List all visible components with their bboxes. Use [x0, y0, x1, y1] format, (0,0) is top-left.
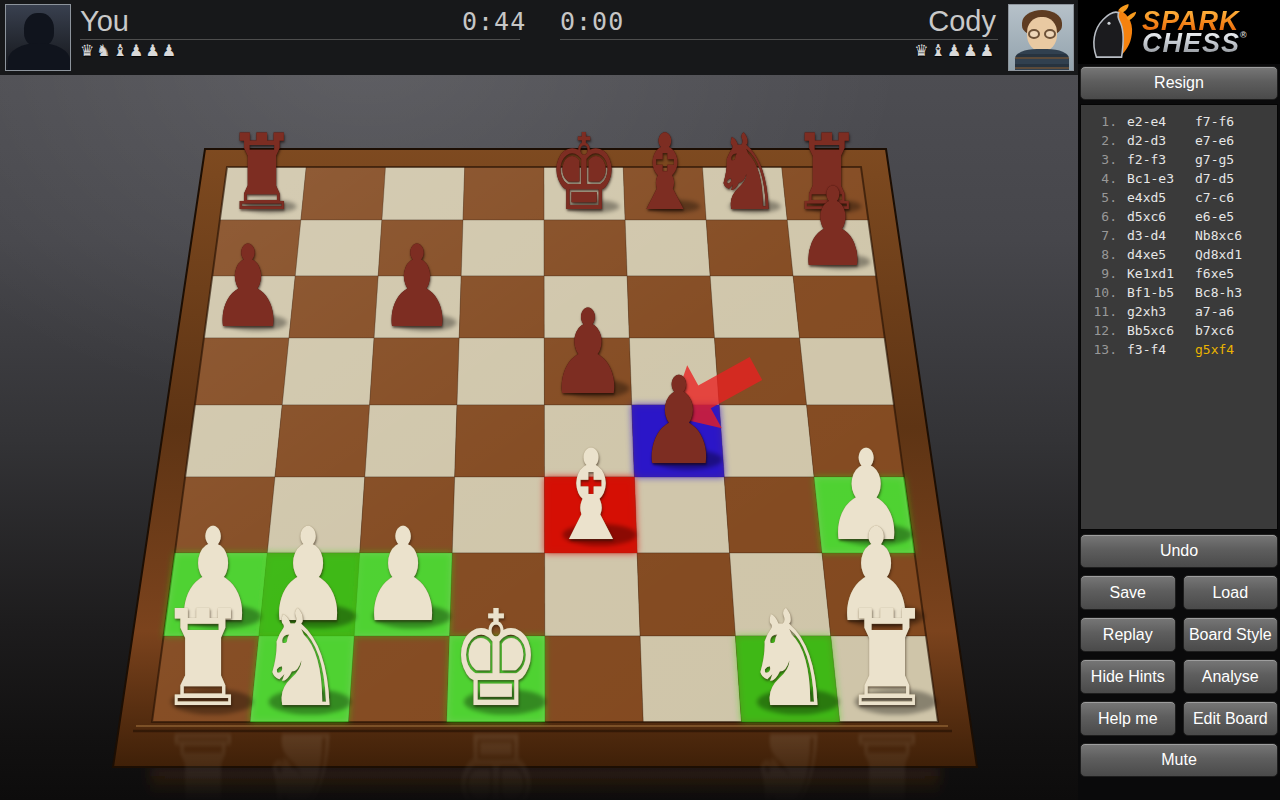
- mute-button[interactable]: Mute: [1080, 743, 1278, 777]
- square-b5[interactable]: [282, 338, 374, 405]
- logo-chess: CHESS: [1142, 28, 1240, 58]
- black-player-name: Cody: [928, 5, 996, 38]
- reflection-d1: ♚: [451, 713, 540, 800]
- black-move: g7-g5: [1195, 150, 1234, 169]
- black-move: f7-f6: [1195, 112, 1234, 131]
- piece-black-rook-a8[interactable]: ♜: [226, 121, 297, 226]
- move-number: 13.: [1087, 340, 1117, 359]
- move-number: 7.: [1087, 226, 1117, 245]
- square-c8[interactable]: [382, 167, 465, 220]
- black-captured-pieces: ♛♝♟♟♟: [914, 41, 996, 60]
- avatar-glasses-left: [1028, 29, 1040, 39]
- move-number: 9.: [1087, 264, 1117, 283]
- black-move: Nb8xc6: [1195, 226, 1242, 245]
- white-move: d3-d4: [1127, 226, 1195, 245]
- piece-black-knight-g8[interactable]: ♞: [711, 121, 782, 226]
- save-button[interactable]: Save: [1080, 575, 1176, 610]
- square-d5[interactable]: [457, 338, 544, 405]
- black-move: b7xc6: [1195, 321, 1234, 340]
- hide-hints-button[interactable]: Hide Hints: [1080, 659, 1176, 694]
- undo-button[interactable]: Undo: [1080, 534, 1278, 568]
- square-d8[interactable]: [463, 167, 544, 220]
- square-g6[interactable]: [710, 276, 799, 338]
- square-d7[interactable]: [461, 220, 544, 276]
- piece-white-bishop-e3[interactable]: ♝: [549, 433, 633, 558]
- white-move: d4xe5: [1127, 245, 1195, 264]
- move-number: 5.: [1087, 188, 1117, 207]
- white-captured-pieces: ♛♞♝♟♟♟: [80, 41, 178, 60]
- move-row: 5.e4xd5c7-c6: [1087, 188, 1277, 207]
- square-b8[interactable]: [301, 167, 386, 220]
- edit-board-button[interactable]: Edit Board: [1183, 701, 1279, 736]
- sidebar: SPARK CHESS® Resign 1.e2-e4f7-f62.d2-d3e…: [1078, 0, 1280, 800]
- white-move: f3-f4: [1127, 340, 1195, 359]
- square-f2[interactable]: [637, 553, 735, 636]
- white-move: Bb5xc6: [1127, 321, 1195, 340]
- piece-black-pawn-h7[interactable]: ♟: [797, 173, 870, 282]
- move-number: 8.: [1087, 245, 1117, 264]
- black-move: Bc8-h3: [1195, 283, 1242, 302]
- square-c4[interactable]: [365, 405, 457, 477]
- reflection-h1: ♜: [842, 713, 931, 800]
- move-row: 2.d2-d3e7-e6: [1087, 131, 1277, 150]
- black-move: c7-c6: [1195, 188, 1234, 207]
- square-b4[interactable]: [275, 405, 370, 477]
- black-divider-line: [560, 39, 998, 40]
- square-a4[interactable]: [185, 405, 282, 477]
- square-d3[interactable]: [452, 477, 544, 553]
- logo-text: SPARK CHESS®: [1142, 10, 1248, 54]
- black-player-avatar[interactable]: [1008, 4, 1074, 71]
- white-move: e2-e4: [1127, 112, 1195, 131]
- white-move: Bf1-b5: [1127, 283, 1195, 302]
- reflection-g1: ♞: [744, 713, 833, 800]
- white-clock: 0:44: [462, 7, 526, 36]
- piece-white-knight-b1[interactable]: ♞: [256, 593, 345, 726]
- white-move: f2-f3: [1127, 150, 1195, 169]
- move-row: 8.d4xe5Qd8xd1: [1087, 245, 1277, 264]
- piece-black-pawn-e5[interactable]: ♟: [549, 293, 628, 410]
- white-move: g2xh3: [1127, 302, 1195, 321]
- move-row: 10.Bf1-b5Bc8-h3: [1087, 283, 1277, 302]
- move-row: 6.d5xc6e6-e5: [1087, 207, 1277, 226]
- move-row: 4.Bc1-e3d7-d5: [1087, 169, 1277, 188]
- white-player-avatar[interactable]: [5, 4, 71, 71]
- piece-black-pawn-c6[interactable]: ♟: [379, 231, 455, 344]
- black-move: d7-d5: [1195, 169, 1234, 188]
- move-row: 9.Ke1xd1f6xe5: [1087, 264, 1277, 283]
- move-list[interactable]: 1.e2-e4f7-f62.d2-d3e7-e63.f2-f3g7-g54.Bc…: [1080, 104, 1278, 530]
- white-divider-line: [80, 39, 520, 40]
- black-move: e7-e6: [1195, 131, 1234, 150]
- black-move: g5xf4: [1195, 340, 1234, 359]
- square-h5[interactable]: [800, 338, 894, 405]
- move-number: 12.: [1087, 321, 1117, 340]
- player-bar: You 0:44 ♛♞♝♟♟♟ 0:00 Cody ♛♝♟♟♟: [0, 0, 1078, 75]
- move-row: 3.f2-f3g7-g5: [1087, 150, 1277, 169]
- piece-white-pawn-c2[interactable]: ♟: [359, 511, 446, 640]
- move-row: 1.e2-e4f7-f6: [1087, 112, 1277, 131]
- reflection-b1: ♞: [256, 713, 345, 800]
- square-d4[interactable]: [455, 405, 545, 477]
- white-move: e4xd5: [1127, 188, 1195, 207]
- avatar-silhouette-body: [8, 43, 70, 71]
- help-me-button[interactable]: Help me: [1080, 701, 1176, 736]
- move-number: 10.: [1087, 283, 1117, 302]
- avatar-glasses-right: [1044, 29, 1056, 39]
- knight-logo-icon: [1080, 3, 1138, 61]
- piece-white-knight-g1[interactable]: ♞: [744, 593, 833, 726]
- piece-black-bishop-f8[interactable]: ♝: [630, 121, 701, 226]
- reflection-a1: ♜: [158, 713, 247, 800]
- load-button[interactable]: Load: [1183, 575, 1279, 610]
- board-area: ♜♚♝♞♜♟♟♟♟♟♝♟♟♟♟♟♜♜♞♞♚♚♞♞♜♜: [0, 0, 1078, 800]
- piece-black-pawn-a6[interactable]: ♟: [210, 231, 286, 344]
- square-g3[interactable]: [724, 477, 822, 553]
- black-move: Qd8xd1: [1195, 245, 1242, 264]
- square-f1[interactable]: [640, 636, 741, 722]
- sparkchess-app: ♜♚♝♞♜♟♟♟♟♟♝♟♟♟♟♟♜♜♞♞♚♚♞♞♜♜ You 0:44 ♛♞♝♟…: [0, 0, 1280, 800]
- avatar-shirt: [1015, 49, 1069, 71]
- square-g4[interactable]: [719, 405, 814, 477]
- move-row: 13.f3-f4g5xf4: [1087, 340, 1277, 359]
- move-row: 7.d3-d4Nb8xc6: [1087, 226, 1277, 245]
- white-move: d2-d3: [1127, 131, 1195, 150]
- black-move: f6xe5: [1195, 264, 1234, 283]
- square-g5[interactable]: [715, 338, 807, 405]
- piece-black-king-e8[interactable]: ♚: [549, 121, 620, 226]
- white-player-name: You: [80, 5, 129, 38]
- logo-registered-mark: ®: [1240, 30, 1248, 40]
- square-b7[interactable]: [295, 220, 382, 276]
- black-move: e6-e5: [1195, 207, 1234, 226]
- white-move: Ke1xd1: [1127, 264, 1195, 283]
- move-number: 1.: [1087, 112, 1117, 131]
- piece-white-rook-a1[interactable]: ♜: [158, 593, 247, 726]
- white-move: Bc1-e3: [1127, 169, 1195, 188]
- square-b6[interactable]: [289, 276, 378, 338]
- board-style-button[interactable]: Board Style: [1183, 617, 1279, 652]
- avatar-silhouette-head: [24, 13, 54, 47]
- move-number: 11.: [1087, 302, 1117, 321]
- square-d6[interactable]: [459, 276, 544, 338]
- analyse-button[interactable]: Analyse: [1183, 659, 1279, 694]
- black-move: a7-a6: [1195, 302, 1234, 321]
- white-move: d5xc6: [1127, 207, 1195, 226]
- piece-white-king-d1[interactable]: ♚: [451, 593, 540, 726]
- resign-button[interactable]: Resign: [1080, 66, 1278, 100]
- move-number: 3.: [1087, 150, 1117, 169]
- piece-white-rook-h1[interactable]: ♜: [842, 593, 931, 726]
- piece-black-pawn-f4[interactable]: ♟: [638, 361, 719, 482]
- move-number: 4.: [1087, 169, 1117, 188]
- move-number: 2.: [1087, 131, 1117, 150]
- move-row: 12.Bb5xc6b7xc6: [1087, 321, 1277, 340]
- sparkchess-logo: SPARK CHESS®: [1078, 0, 1280, 64]
- replay-button[interactable]: Replay: [1080, 617, 1176, 652]
- move-row: 11.g2xh3a7-a6: [1087, 302, 1277, 321]
- move-number: 6.: [1087, 207, 1117, 226]
- square-f6[interactable]: [627, 276, 714, 338]
- square-e1[interactable]: [545, 636, 643, 722]
- black-clock: 0:00: [560, 7, 624, 36]
